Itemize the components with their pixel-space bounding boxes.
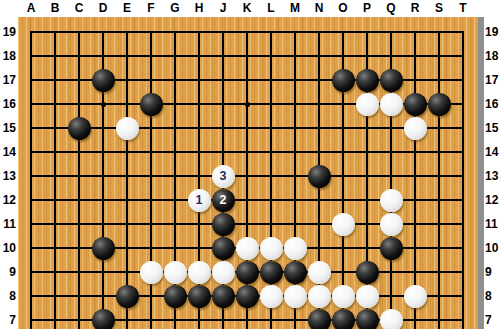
black-stone-K9	[236, 261, 259, 284]
column-label-K: K	[235, 1, 259, 16]
column-label-N: N	[307, 1, 331, 16]
column-label-D: D	[91, 1, 115, 16]
black-stone-Q10	[380, 237, 403, 260]
column-label-G: G	[163, 1, 187, 16]
row-label-right-9: 9	[485, 264, 500, 280]
white-stone-G9	[164, 261, 187, 284]
white-stone-L10	[260, 237, 283, 260]
column-label-E: E	[115, 1, 139, 16]
white-stone-M8	[284, 285, 307, 308]
black-stone-F16	[140, 93, 163, 116]
white-stone-J9	[212, 261, 235, 284]
white-stone-P8	[356, 285, 379, 308]
row-label-left-7: 7	[0, 312, 16, 328]
column-label-H: H	[187, 1, 211, 16]
black-stone-D7	[92, 309, 115, 329]
black-stone-G8	[164, 285, 187, 308]
black-stone-E8	[116, 285, 139, 308]
row-label-right-12: 12	[485, 192, 500, 208]
black-stone-J12-move-2: 2	[212, 189, 235, 212]
white-stone-F9	[140, 261, 163, 284]
white-stone-R15	[404, 117, 427, 140]
black-stone-P17	[356, 69, 379, 92]
scrollbar-track[interactable]	[477, 17, 484, 329]
black-stone-N13	[308, 165, 331, 188]
column-label-B: B	[43, 1, 67, 16]
black-stone-P7	[356, 309, 379, 329]
row-label-left-13: 13	[0, 168, 16, 184]
white-stone-O8	[332, 285, 355, 308]
column-label-R: R	[403, 1, 427, 16]
black-stone-M9	[284, 261, 307, 284]
row-label-left-18: 18	[0, 48, 16, 64]
row-label-left-17: 17	[0, 72, 16, 88]
column-label-C: C	[67, 1, 91, 16]
white-stone-N9	[308, 261, 331, 284]
white-stone-L8	[260, 285, 283, 308]
column-label-P: P	[355, 1, 379, 16]
white-stone-N8	[308, 285, 331, 308]
white-stone-E15	[116, 117, 139, 140]
white-stone-Q12	[380, 189, 403, 212]
row-label-right-10: 10	[485, 240, 500, 256]
black-stone-H8	[188, 285, 211, 308]
row-label-left-12: 12	[0, 192, 16, 208]
hoshi-point-K16	[245, 102, 250, 107]
black-stone-J8	[212, 285, 235, 308]
row-label-right-19: 19	[485, 24, 500, 40]
row-label-left-14: 14	[0, 144, 16, 160]
black-stone-S16	[428, 93, 451, 116]
black-stone-J11	[212, 213, 235, 236]
row-label-right-16: 16	[485, 96, 500, 112]
row-label-left-15: 15	[0, 120, 16, 136]
column-label-L: L	[259, 1, 283, 16]
column-label-T: T	[451, 1, 475, 16]
black-stone-D17	[92, 69, 115, 92]
row-label-right-8: 8	[485, 288, 500, 304]
white-stone-Q16	[380, 93, 403, 116]
white-stone-M10	[284, 237, 307, 260]
black-stone-O17	[332, 69, 355, 92]
row-label-right-11: 11	[485, 216, 500, 232]
row-label-left-8: 8	[0, 288, 16, 304]
column-label-S: S	[427, 1, 451, 16]
white-stone-Q11	[380, 213, 403, 236]
row-label-right-13: 13	[485, 168, 500, 184]
row-label-left-19: 19	[0, 24, 16, 40]
black-stone-J10	[212, 237, 235, 260]
black-stone-C15	[68, 117, 91, 140]
black-stone-D10	[92, 237, 115, 260]
column-label-Q: Q	[379, 1, 403, 16]
white-stone-Q7	[380, 309, 403, 329]
black-stone-O7	[332, 309, 355, 329]
row-label-right-15: 15	[485, 120, 500, 136]
black-stone-K8	[236, 285, 259, 308]
black-stone-P9	[356, 261, 379, 284]
row-label-left-16: 16	[0, 96, 16, 112]
row-label-right-7: 7	[485, 312, 500, 328]
black-stone-Q17	[380, 69, 403, 92]
row-label-right-17: 17	[485, 72, 500, 88]
row-label-right-14: 14	[485, 144, 500, 160]
column-label-J: J	[211, 1, 235, 16]
column-label-F: F	[139, 1, 163, 16]
row-label-left-10: 10	[0, 240, 16, 256]
row-label-left-11: 11	[0, 216, 16, 232]
column-label-O: O	[331, 1, 355, 16]
white-stone-H12-move-1: 1	[188, 189, 211, 212]
white-stone-K10	[236, 237, 259, 260]
column-label-M: M	[283, 1, 307, 16]
white-stone-H9	[188, 261, 211, 284]
column-label-A: A	[19, 1, 43, 16]
black-stone-R16	[404, 93, 427, 116]
hoshi-point-D16	[101, 102, 106, 107]
go-game-window: ABCDEFGHJKLMNOPQRST 19181716151413121110…	[0, 0, 500, 329]
white-stone-O11	[332, 213, 355, 236]
row-label-left-9: 9	[0, 264, 16, 280]
white-stone-R8	[404, 285, 427, 308]
white-stone-P16	[356, 93, 379, 116]
black-stone-N7	[308, 309, 331, 329]
black-stone-L9	[260, 261, 283, 284]
row-label-right-18: 18	[485, 48, 500, 64]
white-stone-J13-move-3: 3	[212, 165, 235, 188]
